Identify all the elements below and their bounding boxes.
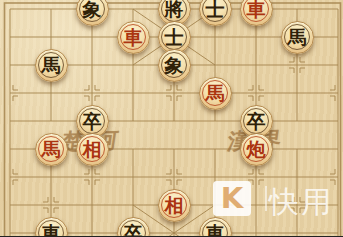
- piece-black-horse[interactable]: 馬: [281, 21, 314, 54]
- piece-red-horse[interactable]: 馬: [35, 133, 68, 166]
- piece-character: 馬: [200, 78, 231, 109]
- piece-red-elephant[interactable]: 相: [158, 189, 191, 222]
- piece-black-chariot[interactable]: 車: [35, 217, 68, 237]
- piece-character: 車: [36, 218, 67, 237]
- piece-character: 相: [159, 190, 190, 221]
- piece-character: 炮: [241, 134, 272, 165]
- piece-character: 車: [241, 0, 272, 25]
- piece-character: 卒: [77, 106, 108, 137]
- piece-character: 卒: [118, 218, 149, 237]
- piece-red-horse[interactable]: 馬: [199, 77, 232, 110]
- piece-character: 士: [200, 0, 231, 25]
- piece-character: 馬: [282, 22, 313, 53]
- piece-black-advisor[interactable]: 士: [199, 0, 232, 26]
- piece-black-elephant[interactable]: 象: [158, 49, 191, 82]
- piece-black-chariot[interactable]: 車: [199, 217, 232, 237]
- piece-red-cannon[interactable]: 炮: [240, 133, 273, 166]
- piece-black-elephant[interactable]: 象: [76, 0, 109, 26]
- piece-character: 象: [159, 50, 190, 81]
- piece-character: 相: [77, 134, 108, 165]
- piece-black-horse[interactable]: 馬: [35, 49, 68, 82]
- piece-red-chariot[interactable]: 車: [117, 21, 150, 54]
- piece-character: 卒: [241, 106, 272, 137]
- piece-red-elephant[interactable]: 相: [76, 133, 109, 166]
- piece-black-soldier[interactable]: 卒: [117, 217, 150, 237]
- piece-character: 象: [77, 0, 108, 25]
- piece-character: 車: [118, 22, 149, 53]
- piece-character: 士: [159, 22, 190, 53]
- piece-character: 馬: [36, 50, 67, 81]
- piece-red-chariot[interactable]: 車: [240, 0, 273, 26]
- piece-character: 車: [200, 218, 231, 237]
- xiangqi-board[interactable]: 楚河 漢界 象將士車車士馬馬象馬卒卒馬相炮相車卒車 K 快用: [0, 0, 343, 236]
- piece-character: 馬: [36, 134, 67, 165]
